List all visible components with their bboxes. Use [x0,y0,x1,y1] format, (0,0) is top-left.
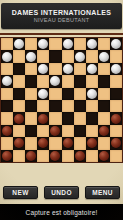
board-square [49,38,61,50]
board-square[interactable] [98,125,110,137]
board-square[interactable] [13,63,25,75]
white-piece[interactable] [87,64,97,74]
difficulty-label: NIVEAU DEBUTANT [34,17,90,24]
board-square[interactable] [62,137,74,149]
board-square[interactable] [110,137,122,149]
board-square[interactable] [74,150,86,162]
board-square [13,125,25,137]
board-square [1,38,13,50]
board-square [13,100,25,112]
board-square[interactable] [25,150,37,162]
board-square[interactable] [62,63,74,75]
board-square [25,38,37,50]
board-square [62,50,74,62]
board-square[interactable] [110,38,122,50]
board-square [74,88,86,100]
board-square[interactable] [25,50,37,62]
white-piece[interactable] [111,64,121,74]
board-square[interactable] [110,112,122,124]
red-piece[interactable] [26,151,36,161]
board-square [37,125,49,137]
board-square[interactable] [1,50,13,62]
board-square [49,63,61,75]
board-square [98,38,110,50]
board-square[interactable] [37,88,49,100]
white-piece[interactable] [75,52,85,62]
board-square[interactable] [62,88,74,100]
board-square[interactable] [37,137,49,149]
red-piece[interactable] [14,138,24,148]
board-square[interactable] [86,63,98,75]
board-square[interactable] [86,38,98,50]
red-piece[interactable] [63,138,73,148]
status-toast: Capture est obligatoire! [0,204,123,220]
board-square [37,150,49,162]
header-bar: DAMES INTERNATIONALES NIVEAU DEBUTANT [1,3,122,29]
board-square[interactable] [98,100,110,112]
board-square [74,112,86,124]
board-square[interactable] [1,100,13,112]
board-square [13,50,25,62]
red-piece[interactable] [111,138,121,148]
board-square[interactable] [110,63,122,75]
board-square[interactable] [74,75,86,87]
red-piece[interactable] [2,151,12,161]
board-square [62,125,74,137]
board-square [110,100,122,112]
board-square[interactable] [25,75,37,87]
status-message: Capture est obligatoire! [25,209,97,216]
new-game-button[interactable]: NEW [3,186,38,199]
board-square[interactable] [98,50,110,62]
board-square[interactable] [13,38,25,50]
board-square [37,75,49,87]
board-square [62,150,74,162]
white-piece[interactable] [38,89,48,99]
board-square[interactable] [98,75,110,87]
board-square [37,50,49,62]
white-piece[interactable] [38,39,48,49]
board-square[interactable] [110,88,122,100]
board-square [110,50,122,62]
white-piece[interactable] [38,64,48,74]
app-window: DAMES INTERNATIONALES NIVEAU DEBUTANT NE… [0,0,123,220]
red-piece[interactable] [14,114,24,124]
white-piece[interactable] [87,89,97,99]
board-square[interactable] [49,150,61,162]
app-title: DAMES INTERNATIONALES [12,8,112,17]
board-square[interactable] [13,112,25,124]
board-square [86,75,98,87]
board-square [1,137,13,149]
board-square [74,137,86,149]
red-piece[interactable] [99,151,109,161]
board-square [110,150,122,162]
board-square[interactable] [74,125,86,137]
board-square [110,125,122,137]
board-square[interactable] [37,63,49,75]
board-square [49,137,61,149]
board-square[interactable] [49,125,61,137]
red-piece[interactable] [111,114,121,124]
board-square[interactable] [13,137,25,149]
board-square[interactable] [37,112,49,124]
board-square[interactable] [98,150,110,162]
white-piece[interactable] [99,52,109,62]
board-square [13,150,25,162]
board-square [49,112,61,124]
board-square[interactable] [49,50,61,62]
board-square [110,75,122,87]
white-piece[interactable] [63,39,73,49]
board-square [25,63,37,75]
white-piece[interactable] [87,39,97,49]
white-piece[interactable] [50,76,60,86]
white-piece[interactable] [14,39,24,49]
board-square[interactable] [74,100,86,112]
red-piece[interactable] [99,126,109,136]
red-piece[interactable] [75,151,85,161]
white-piece[interactable] [63,64,73,74]
board-square [86,125,98,137]
board-square [25,137,37,149]
board-square[interactable] [37,38,49,50]
board-square [49,88,61,100]
white-piece[interactable] [2,76,12,86]
board-square [25,88,37,100]
board-square [98,112,110,124]
board-square [74,63,86,75]
red-piece[interactable] [2,126,12,136]
draughts-board[interactable] [0,37,123,163]
board-square [1,88,13,100]
board-square [62,75,74,87]
board-square [86,150,98,162]
red-piece[interactable] [50,151,60,161]
board-square [86,100,98,112]
red-piece[interactable] [50,126,60,136]
board-square [98,88,110,100]
board-square [98,63,110,75]
board-square [1,112,13,124]
board-square [74,38,86,50]
board-square[interactable] [86,112,98,124]
header-divider [0,33,123,35]
undo-button[interactable]: UNDO [44,186,79,199]
board-square[interactable] [49,75,61,87]
board-square[interactable] [74,50,86,62]
red-piece[interactable] [38,114,48,124]
board-square [86,50,98,62]
toolbar: NEW UNDO MENU [0,186,123,199]
white-piece[interactable] [2,52,12,62]
board-square [25,112,37,124]
board-square [62,100,74,112]
board-square[interactable] [25,100,37,112]
white-piece[interactable] [26,52,36,62]
red-piece[interactable] [87,138,97,148]
red-piece[interactable] [38,138,48,148]
menu-button[interactable]: MENU [85,186,120,199]
board-square[interactable] [86,137,98,149]
board-square [1,63,13,75]
board-square [13,75,25,87]
board-square[interactable] [49,100,61,112]
board-square[interactable] [62,112,74,124]
board-square[interactable] [1,125,13,137]
board-square [98,137,110,149]
board-square[interactable] [86,88,98,100]
board-square[interactable] [62,38,74,50]
board-square[interactable] [25,125,37,137]
board-square[interactable] [1,150,13,162]
board-square[interactable] [1,75,13,87]
board-square[interactable] [13,88,25,100]
board-square [37,100,49,112]
white-piece[interactable] [111,39,121,49]
